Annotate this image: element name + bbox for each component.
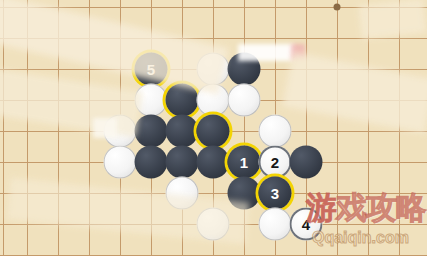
stone-black[interactable]: [197, 115, 230, 148]
move-number-label: 1: [240, 155, 248, 170]
stone-white[interactable]: [197, 84, 230, 117]
gomoku-app-screen: 51234 游戏攻略 Qqaiqin.com: [0, 0, 427, 256]
star-point: [334, 4, 341, 11]
stone-black-1[interactable]: 1: [228, 146, 261, 179]
stone-black[interactable]: [166, 84, 199, 117]
stones-layer: 51234: [0, 0, 427, 256]
stone-black[interactable]: [135, 146, 168, 179]
stone-black[interactable]: [166, 146, 199, 179]
move-number-label: 2: [271, 155, 279, 170]
stone-white[interactable]: [259, 208, 292, 241]
stone-white[interactable]: [104, 146, 137, 179]
move-number-label: 4: [302, 217, 310, 232]
stone-white[interactable]: [197, 208, 230, 241]
stone-black-5[interactable]: 5: [135, 53, 168, 86]
stone-black[interactable]: [166, 115, 199, 148]
stone-black[interactable]: [228, 177, 261, 210]
stone-white[interactable]: [166, 177, 199, 210]
stone-white[interactable]: [259, 115, 292, 148]
stone-white-4[interactable]: 4: [290, 208, 323, 241]
stone-black[interactable]: [197, 146, 230, 179]
stone-black-3[interactable]: 3: [259, 177, 292, 210]
stone-black[interactable]: [290, 146, 323, 179]
move-number-label: 3: [271, 186, 279, 201]
stone-white[interactable]: [135, 84, 168, 117]
stone-black[interactable]: [135, 115, 168, 148]
stone-black[interactable]: [228, 53, 261, 86]
stone-white[interactable]: [197, 53, 230, 86]
stone-white[interactable]: [228, 84, 261, 117]
stone-white[interactable]: [104, 115, 137, 148]
stone-white-2[interactable]: 2: [259, 146, 292, 179]
move-number-label: 5: [147, 62, 155, 77]
